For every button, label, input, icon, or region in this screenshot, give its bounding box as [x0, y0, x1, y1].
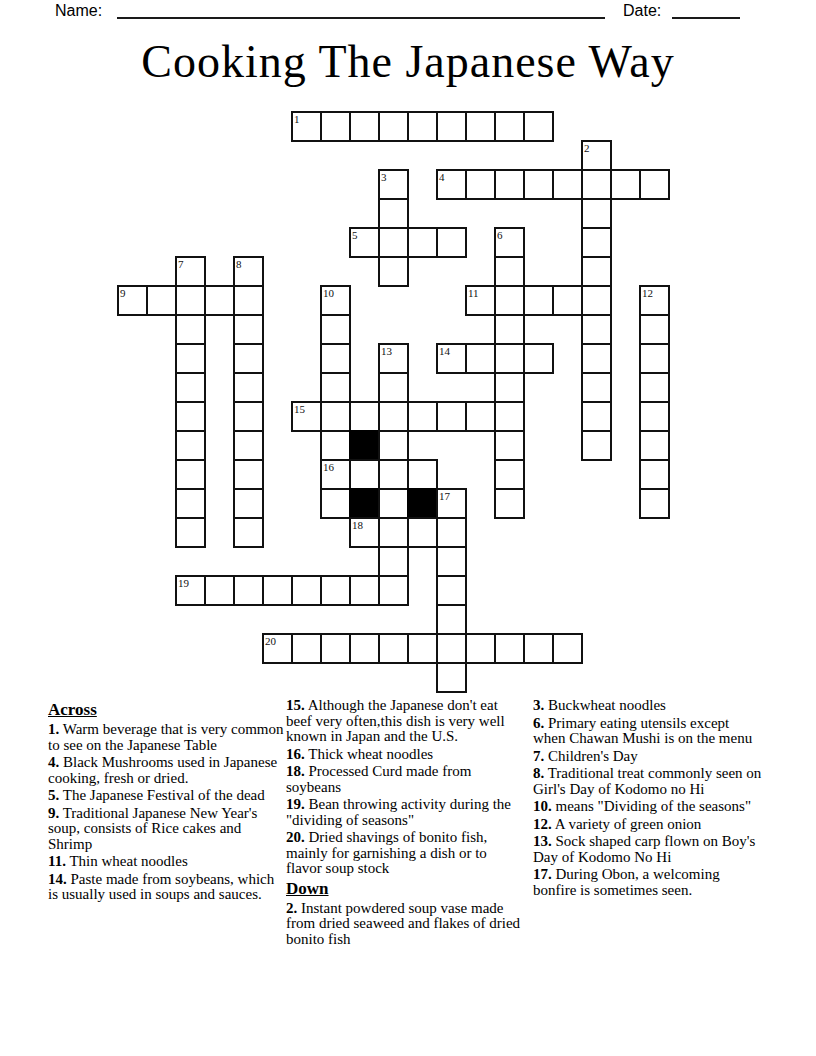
cell-r12c8[interactable] [349, 459, 380, 490]
cell-r7c7[interactable] [320, 314, 351, 345]
cell-r14c11[interactable] [436, 517, 467, 548]
cell-r8c12[interactable] [465, 343, 496, 374]
clue-across-15: 15. Although the Japanese don't eat beef… [286, 698, 522, 745]
cell-r10c9[interactable] [378, 401, 409, 432]
worksheet-page: { "game": "crossword", "header": { "name… [0, 0, 816, 1056]
cell-r13c4[interactable] [233, 488, 264, 519]
cell-r7c2[interactable] [175, 314, 206, 345]
cell-r9c16[interactable] [581, 372, 612, 403]
cell-r8c2[interactable] [175, 343, 206, 374]
clue-down-13: 13. Sock shaped carp flown on Boy's Day … [533, 834, 763, 865]
cell-r5c13[interactable] [494, 256, 525, 287]
cell-r11c16[interactable] [581, 430, 612, 461]
cell-r8c14[interactable] [523, 343, 554, 374]
cell-r10c7[interactable] [320, 401, 351, 432]
clue-number-12: 12 [642, 288, 653, 299]
cell-r9c2[interactable] [175, 372, 206, 403]
clue-across-16: 16. Thick wheat noodles [286, 747, 522, 763]
cell-r10c16[interactable] [581, 401, 612, 432]
cell-r13c18[interactable] [639, 488, 670, 519]
clue-num-label: 17. [533, 866, 552, 882]
cell-r18c12[interactable] [465, 633, 496, 664]
clue-across-19: 19. Bean throwing activity during the "d… [286, 797, 522, 828]
clue-num-label: 6. [533, 715, 544, 731]
clue-number-4: 4 [439, 172, 445, 183]
cell-r18c13[interactable] [494, 633, 525, 664]
cell-r11c7[interactable] [320, 430, 351, 461]
cell-r5c16[interactable] [581, 256, 612, 287]
cell-r6c1[interactable] [146, 285, 177, 316]
cell-r15c11[interactable] [436, 546, 467, 577]
cell-r0c14[interactable] [523, 111, 554, 142]
cell-r2c16[interactable] [581, 169, 612, 200]
cell-r16c9[interactable] [378, 575, 409, 606]
block-cell-r13c8 [349, 488, 380, 519]
cell-r12c9[interactable] [378, 459, 409, 490]
clue-num-label: 9. [48, 805, 59, 821]
block-cell-r11c8 [349, 430, 380, 461]
clue-num-label: 10. [533, 798, 552, 814]
cell-r0c9[interactable] [378, 111, 409, 142]
clue-across-4: 4. Black Mushrooms used in Japanese cook… [48, 755, 284, 786]
clue-number-14: 14 [439, 346, 450, 357]
cell-r6c16[interactable] [581, 285, 612, 316]
cell-r4c11[interactable] [436, 227, 467, 258]
clue-num-label: 3. [533, 697, 544, 713]
cell-r10c18[interactable] [639, 401, 670, 432]
cell-r13c9[interactable] [378, 488, 409, 519]
clue-across-11: 11. Thin wheat noodles [48, 854, 284, 870]
clue-across-18: 18. Processed Curd made from soybeans [286, 764, 522, 795]
cell-r16c7[interactable] [320, 575, 351, 606]
clue-number-15: 15 [294, 404, 305, 415]
clue-number-17: 17 [439, 491, 450, 502]
crossword-grid: 1234567891011121314151617181920 [117, 111, 670, 693]
clue-number-3: 3 [381, 172, 387, 183]
cell-r6c2[interactable] [175, 285, 206, 316]
clue-num-label: 15. [286, 697, 305, 713]
clue-num-label: 11. [48, 853, 66, 869]
cell-r12c10[interactable] [407, 459, 438, 490]
cell-r18c14[interactable] [523, 633, 554, 664]
clue-number-16: 16 [323, 462, 334, 473]
clue-num-label: 13. [533, 833, 552, 849]
cell-r3c16[interactable] [581, 198, 612, 229]
cell-r19c11[interactable] [436, 662, 467, 693]
clue-down-10: 10. means "Dividing of the seasons" [533, 799, 763, 815]
clue-num-label: 8. [533, 765, 544, 781]
cell-r4c16[interactable] [581, 227, 612, 258]
cell-r0c10[interactable] [407, 111, 438, 142]
cell-r8c16[interactable] [581, 343, 612, 374]
cell-r8c13[interactable] [494, 343, 525, 374]
clue-num-label: 1. [48, 721, 59, 737]
cell-r10c13[interactable] [494, 401, 525, 432]
cell-r0c7[interactable] [320, 111, 351, 142]
clue-number-6: 6 [497, 230, 503, 241]
cell-r14c10[interactable] [407, 517, 438, 548]
clue-down-3: 3. Buckwheat noodles [533, 698, 763, 714]
cell-r7c13[interactable] [494, 314, 525, 345]
cell-r18c7[interactable] [320, 633, 351, 664]
cell-r10c4[interactable] [233, 401, 264, 432]
cell-r5c9[interactable] [378, 256, 409, 287]
clue-number-10: 10 [323, 288, 334, 299]
clue-num-label: 14. [48, 871, 67, 887]
cell-r14c2[interactable] [175, 517, 206, 548]
clues-header-across: Across [48, 700, 284, 719]
date-label: Date: [623, 2, 661, 20]
clue-num-label: 18. [286, 763, 305, 779]
clue-across-1: 1. Warm beverage that is very common to … [48, 722, 284, 753]
cell-r18c10[interactable] [407, 633, 438, 664]
cell-r10c2[interactable] [175, 401, 206, 432]
cell-r7c18[interactable] [639, 314, 670, 345]
cell-r15c9[interactable] [378, 546, 409, 577]
block-cell-r13c10 [407, 488, 438, 519]
clue-across-20: 20. Dried shavings of bonito fish, mainl… [286, 830, 522, 877]
cell-r11c9[interactable] [378, 430, 409, 461]
cell-r13c2[interactable] [175, 488, 206, 519]
clue-number-7: 7 [178, 259, 184, 270]
cell-r13c7[interactable] [320, 488, 351, 519]
cell-r10c11[interactable] [436, 401, 467, 432]
cell-r4c9[interactable] [378, 227, 409, 258]
cell-r2c12[interactable] [465, 169, 496, 200]
clue-number-13: 13 [381, 346, 392, 357]
cell-r2c18[interactable] [639, 169, 670, 200]
cell-r10c8[interactable] [349, 401, 380, 432]
cell-r9c18[interactable] [639, 372, 670, 403]
cell-r10c12[interactable] [465, 401, 496, 432]
cell-r11c4[interactable] [233, 430, 264, 461]
cell-r16c11[interactable] [436, 575, 467, 606]
cell-r9c7[interactable] [320, 372, 351, 403]
cell-r18c9[interactable] [378, 633, 409, 664]
clue-across-5: 5. The Japanese Festival of the dead [48, 788, 284, 804]
cell-r12c18[interactable] [639, 459, 670, 490]
clue-num-label: 4. [48, 754, 59, 770]
cell-r16c6[interactable] [291, 575, 322, 606]
cell-r2c17[interactable] [610, 169, 641, 200]
clue-number-19: 19 [178, 578, 189, 589]
clue-number-1: 1 [294, 114, 300, 125]
cell-r6c3[interactable] [204, 285, 235, 316]
cell-r10c10[interactable] [407, 401, 438, 432]
clue-number-2: 2 [584, 143, 590, 154]
cell-r18c15[interactable] [552, 633, 583, 664]
name-fill-line[interactable] [117, 17, 605, 19]
clue-down-2: 2. Instant powdered soup vase made from … [286, 901, 522, 948]
cell-r16c3[interactable] [204, 575, 235, 606]
clue-number-9: 9 [120, 288, 126, 299]
clue-num-label: 12. [533, 816, 552, 832]
clue-num-label: 5. [48, 787, 59, 803]
cell-r2c15[interactable] [552, 169, 583, 200]
clue-num-label: 7. [533, 748, 544, 764]
cell-r9c9[interactable] [378, 372, 409, 403]
cell-r3c9[interactable] [378, 198, 409, 229]
cell-r12c13[interactable] [494, 459, 525, 490]
cell-r8c7[interactable] [320, 343, 351, 374]
cell-r18c11[interactable] [436, 633, 467, 664]
clue-number-20: 20 [265, 636, 276, 647]
clue-number-8: 8 [236, 259, 242, 270]
clue-num-label: 20. [286, 829, 305, 845]
cell-r6c13[interactable] [494, 285, 525, 316]
clue-num-label: 2. [286, 900, 297, 916]
cell-r11c13[interactable] [494, 430, 525, 461]
cell-r16c8[interactable] [349, 575, 380, 606]
cell-r7c16[interactable] [581, 314, 612, 345]
cell-r16c4[interactable] [233, 575, 264, 606]
cell-r6c14[interactable] [523, 285, 554, 316]
cell-r4c10[interactable] [407, 227, 438, 258]
name-label: Name: [55, 2, 102, 20]
cell-r0c13[interactable] [494, 111, 525, 142]
clue-down-6: 6. Primary eating utensils except when C… [533, 716, 763, 747]
cell-r18c8[interactable] [349, 633, 380, 664]
clue-down-7: 7. Children's Day [533, 749, 763, 765]
clue-column-1: Across1. Warm beverage that is very comm… [48, 698, 284, 905]
clues-header-down: Down [286, 879, 522, 898]
cell-r7c4[interactable] [233, 314, 264, 345]
cell-r11c18[interactable] [639, 430, 670, 461]
cell-r12c4[interactable] [233, 459, 264, 490]
clue-across-9: 9. Traditional Japanese New Year's soup,… [48, 806, 284, 853]
cell-r17c11[interactable] [436, 604, 467, 635]
clue-down-12: 12. A variety of green onion [533, 817, 763, 833]
date-fill-line[interactable] [672, 17, 740, 19]
cell-r6c4[interactable] [233, 285, 264, 316]
cell-r8c4[interactable] [233, 343, 264, 374]
cell-r6c15[interactable] [552, 285, 583, 316]
puzzle-title: Cooking The Japanese Way [0, 36, 816, 88]
clue-number-11: 11 [468, 288, 479, 299]
clue-column-2: 15. Although the Japanese don't eat beef… [286, 698, 522, 949]
cell-r14c9[interactable] [378, 517, 409, 548]
clue-down-17: 17. During Obon, a welcoming bonfire is … [533, 867, 763, 898]
clue-num-label: 16. [286, 746, 305, 762]
cell-r8c18[interactable] [639, 343, 670, 374]
cell-r0c8[interactable] [349, 111, 380, 142]
clue-number-5: 5 [352, 230, 358, 241]
clue-num-label: 19. [286, 796, 305, 812]
cell-r0c12[interactable] [465, 111, 496, 142]
cell-r13c13[interactable] [494, 488, 525, 519]
cell-r18c6[interactable] [291, 633, 322, 664]
cell-r14c4[interactable] [233, 517, 264, 548]
cell-r0c11[interactable] [436, 111, 467, 142]
cell-r16c5[interactable] [262, 575, 293, 606]
cell-r9c4[interactable] [233, 372, 264, 403]
clue-column-3: 3. Buckwheat noodles6. Primary eating ut… [533, 698, 763, 900]
clue-across-14: 14. Paste made from soybeans, which is u… [48, 872, 284, 903]
clue-down-8: 8. Traditional treat commonly seen on Gi… [533, 766, 763, 797]
cell-r9c13[interactable] [494, 372, 525, 403]
clue-number-18: 18 [352, 520, 363, 531]
cell-r12c2[interactable] [175, 459, 206, 490]
cell-r2c13[interactable] [494, 169, 525, 200]
cell-r2c14[interactable] [523, 169, 554, 200]
cell-r11c2[interactable] [175, 430, 206, 461]
